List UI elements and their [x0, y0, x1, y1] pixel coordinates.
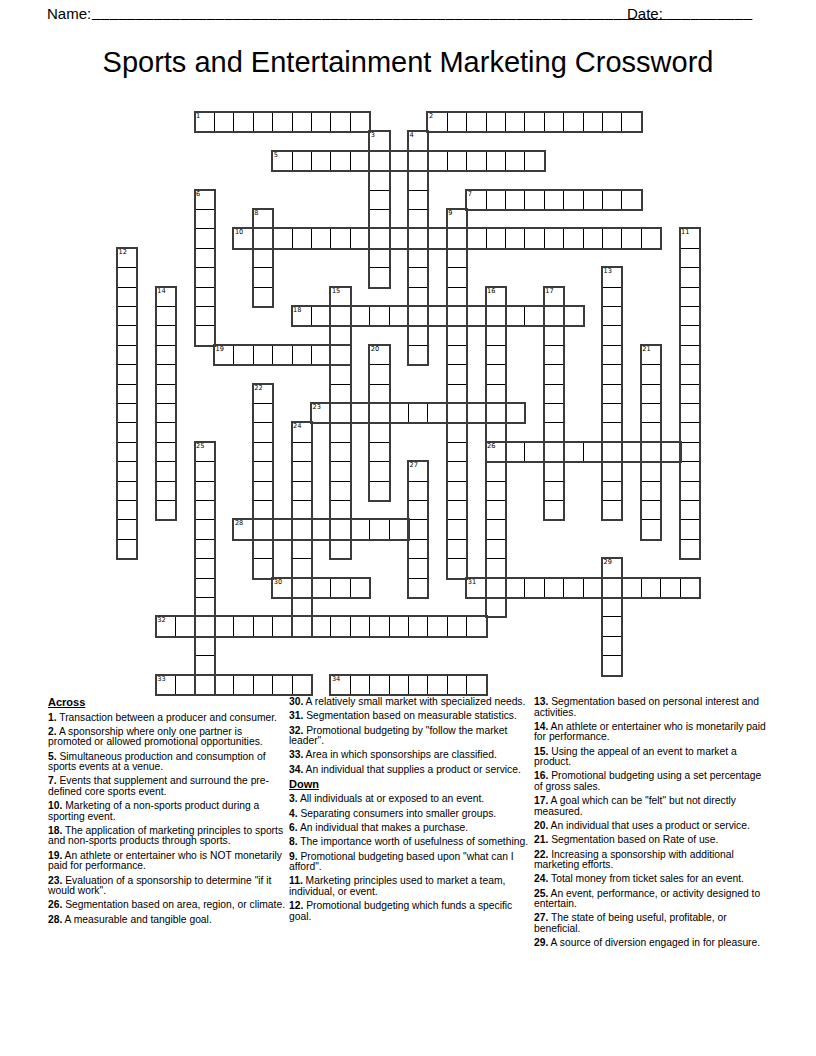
grid-cell-r10c20[interactable]	[505, 306, 525, 326]
grid-cell-r2c13[interactable]	[369, 151, 389, 171]
grid-cell-r24c11[interactable]	[330, 578, 350, 598]
grid-cell-r22c9[interactable]	[292, 539, 312, 559]
grid-cell-r17c0[interactable]	[117, 442, 137, 462]
grid-cell-r24c28[interactable]	[660, 578, 680, 598]
grid-cell-r13c19[interactable]	[486, 364, 506, 384]
grid-cell-r6c14[interactable]	[389, 228, 409, 248]
grid-cell-r11c17[interactable]	[447, 325, 467, 345]
grid-cell-r0c20[interactable]	[505, 112, 525, 132]
grid-cell-r4c21[interactable]	[524, 190, 544, 210]
grid-cell-r12c10[interactable]	[311, 345, 331, 365]
grid-cell-r16c25[interactable]	[602, 422, 622, 442]
grid-cell-r15c12[interactable]	[350, 403, 370, 423]
grid-cell-r21c12[interactable]	[350, 519, 370, 539]
grid-cell-r8c29[interactable]	[680, 267, 700, 287]
grid-cell-r24c25[interactable]	[602, 578, 622, 598]
grid-cell-r24c10[interactable]	[311, 578, 331, 598]
grid-cell-r6c12[interactable]	[350, 228, 370, 248]
grid-cell-r14c27[interactable]	[641, 384, 661, 404]
grid-cell-r18c25[interactable]	[602, 461, 622, 481]
grid-cell-r12c22[interactable]	[544, 345, 564, 365]
name-input-line[interactable]: ________________________________________…	[92, 3, 676, 20]
grid-cell-r10c14[interactable]	[389, 306, 409, 326]
grid-cell-r26c3[interactable]	[175, 616, 195, 636]
grid-cell-r6c22[interactable]	[544, 228, 564, 248]
grid-cell-r0c5[interactable]	[214, 112, 234, 132]
grid-cell-r20c0[interactable]	[117, 500, 137, 520]
grid-cell-r21c15[interactable]	[408, 519, 428, 539]
grid-cell-r9c0[interactable]	[117, 287, 137, 307]
grid-cell-r20c2[interactable]	[156, 500, 176, 520]
grid-cell-r25c25[interactable]	[602, 597, 622, 617]
grid-cell-r16c0[interactable]	[117, 422, 137, 442]
grid-cell-r11c19[interactable]	[486, 325, 506, 345]
grid-cell-r22c15[interactable]	[408, 539, 428, 559]
grid-cell-r13c2[interactable]	[156, 364, 176, 384]
grid-cell-r23c15[interactable]	[408, 558, 428, 578]
grid-cell-r19c0[interactable]	[117, 481, 137, 501]
grid-cell-r23c17[interactable]	[447, 558, 467, 578]
grid-cell-r9c4[interactable]	[195, 287, 215, 307]
grid-cell-r26c4[interactable]	[195, 616, 215, 636]
grid-cell-r2c11[interactable]	[330, 151, 350, 171]
grid-cell-r5c13[interactable]	[369, 209, 389, 229]
grid-cell-r18c19[interactable]	[486, 461, 506, 481]
grid-cell-r20c27[interactable]	[641, 500, 661, 520]
grid-cell-r20c25[interactable]	[602, 500, 622, 520]
grid-cell-r23c9[interactable]	[292, 558, 312, 578]
grid-cell-r0c24[interactable]	[583, 112, 603, 132]
grid-cell-r24c23[interactable]	[563, 578, 583, 598]
grid-cell-r11c22[interactable]	[544, 325, 564, 345]
grid-cell-r18c17[interactable]	[447, 461, 467, 481]
grid-cell-r26c13[interactable]	[369, 616, 389, 636]
grid-cell-r6c13[interactable]	[369, 228, 389, 248]
grid-cell-r20c4[interactable]	[195, 500, 215, 520]
grid-cell-r17c7[interactable]	[253, 442, 273, 462]
grid-cell-r19c4[interactable]	[195, 481, 215, 501]
grid-cell-r21c27[interactable]	[641, 519, 661, 539]
grid-cell-r10c12[interactable]	[350, 306, 370, 326]
grid-cell-r26c12[interactable]	[350, 616, 370, 636]
grid-cell-r15c25[interactable]	[602, 403, 622, 423]
grid-cell-r0c17[interactable]	[447, 112, 467, 132]
grid-cell-r10c18[interactable]	[466, 306, 486, 326]
grid-cell-r12c19[interactable]	[486, 345, 506, 365]
grid-cell-r21c10[interactable]	[311, 519, 331, 539]
grid-cell-r14c25[interactable]	[602, 384, 622, 404]
grid-cell-r29c15[interactable]	[408, 675, 428, 695]
grid-cell-r12c17[interactable]	[447, 345, 467, 365]
grid-cell-r22c29[interactable]	[680, 539, 700, 559]
grid-cell-r0c8[interactable]	[272, 112, 292, 132]
grid-cell-r6c7[interactable]	[253, 228, 273, 248]
grid-cell-r15c0[interactable]	[117, 403, 137, 423]
grid-cell-r0c10[interactable]	[311, 112, 331, 132]
grid-cell-r20c19[interactable]	[486, 500, 506, 520]
grid-cell-r21c14[interactable]	[389, 519, 409, 539]
grid-cell-r10c4[interactable]	[195, 306, 215, 326]
grid-cell-r10c17[interactable]	[447, 306, 467, 326]
grid-cell-r15c17[interactable]	[447, 403, 467, 423]
grid-cell-r13c27[interactable]	[641, 364, 661, 384]
grid-cell-r29c13[interactable]	[369, 675, 389, 695]
grid-cell-r19c25[interactable]	[602, 481, 622, 501]
grid-cell-r10c25[interactable]	[602, 306, 622, 326]
grid-cell-r14c11[interactable]	[330, 384, 350, 404]
grid-cell-r2c21[interactable]	[524, 151, 544, 171]
grid-cell-r16c27[interactable]	[641, 422, 661, 442]
grid-cell-r11c2[interactable]	[156, 325, 176, 345]
grid-cell-r23c7[interactable]	[253, 558, 273, 578]
grid-cell-r9c17[interactable]	[447, 287, 467, 307]
grid-cell-r18c29[interactable]	[680, 461, 700, 481]
grid-cell-r28c4[interactable]	[195, 655, 215, 675]
grid-cell-r3c13[interactable]	[369, 170, 389, 190]
grid-cell-r27c4[interactable]	[195, 636, 215, 656]
grid-cell-r6c16[interactable]	[427, 228, 447, 248]
grid-cell-r2c12[interactable]	[350, 151, 370, 171]
grid-cell-r19c11[interactable]	[330, 481, 350, 501]
grid-cell-r11c11[interactable]	[330, 325, 350, 345]
grid-cell-r7c15[interactable]	[408, 248, 428, 268]
grid-cell-r26c10[interactable]	[311, 616, 331, 636]
grid-cell-r20c15[interactable]	[408, 500, 428, 520]
grid-cell-r14c22[interactable]	[544, 384, 564, 404]
grid-cell-r21c0[interactable]	[117, 519, 137, 539]
grid-cell-r29c3[interactable]	[175, 675, 195, 695]
grid-cell-r12c8[interactable]	[272, 345, 292, 365]
grid-cell-r0c6[interactable]	[233, 112, 253, 132]
grid-cell-r0c11[interactable]	[330, 112, 350, 132]
grid-cell-r17c2[interactable]	[156, 442, 176, 462]
grid-cell-r20c11[interactable]	[330, 500, 350, 520]
grid-cell-r21c8[interactable]	[272, 519, 292, 539]
grid-cell-r17c22[interactable]	[544, 442, 564, 462]
grid-cell-r26c16[interactable]	[427, 616, 447, 636]
grid-cell-r29c16[interactable]	[427, 675, 447, 695]
grid-cell-r26c25[interactable]	[602, 616, 622, 636]
grid-cell-r10c13[interactable]	[369, 306, 389, 326]
grid-cell-r18c2[interactable]	[156, 461, 176, 481]
grid-cell-r4c20[interactable]	[505, 190, 525, 210]
grid-cell-r26c5[interactable]	[214, 616, 234, 636]
grid-cell-r18c22[interactable]	[544, 461, 564, 481]
grid-cell-r19c19[interactable]	[486, 481, 506, 501]
grid-cell-r6c24[interactable]	[583, 228, 603, 248]
grid-cell-r12c25[interactable]	[602, 345, 622, 365]
grid-cell-r16c19[interactable]	[486, 422, 506, 442]
grid-cell-r6c26[interactable]	[621, 228, 641, 248]
grid-cell-r18c9[interactable]	[292, 461, 312, 481]
grid-cell-r22c7[interactable]	[253, 539, 273, 559]
grid-cell-r29c14[interactable]	[389, 675, 409, 695]
grid-cell-r15c14[interactable]	[389, 403, 409, 423]
grid-cell-r15c13[interactable]	[369, 403, 389, 423]
grid-cell-r22c11[interactable]	[330, 539, 350, 559]
grid-cell-r0c12[interactable]	[350, 112, 370, 132]
grid-cell-r15c27[interactable]	[641, 403, 661, 423]
grid-cell-r26c14[interactable]	[389, 616, 409, 636]
grid-cell-r26c18[interactable]	[466, 616, 486, 636]
grid-cell-r16c13[interactable]	[369, 422, 389, 442]
grid-cell-r10c0[interactable]	[117, 306, 137, 326]
grid-cell-r23c4[interactable]	[195, 558, 215, 578]
grid-cell-r14c19[interactable]	[486, 384, 506, 404]
grid-cell-r0c25[interactable]	[602, 112, 622, 132]
grid-cell-r6c8[interactable]	[272, 228, 292, 248]
grid-cell-r22c17[interactable]	[447, 539, 467, 559]
grid-cell-r24c4[interactable]	[195, 578, 215, 598]
grid-cell-r29c4[interactable]	[195, 675, 215, 695]
grid-cell-r6c20[interactable]	[505, 228, 525, 248]
grid-cell-r11c29[interactable]	[680, 325, 700, 345]
grid-cell-r5c15[interactable]	[408, 209, 428, 229]
grid-cell-r0c18[interactable]	[466, 112, 486, 132]
grid-cell-r16c7[interactable]	[253, 422, 273, 442]
grid-cell-r7c13[interactable]	[369, 248, 389, 268]
grid-cell-r6c21[interactable]	[524, 228, 544, 248]
grid-cell-r26c7[interactable]	[253, 616, 273, 636]
grid-cell-r19c15[interactable]	[408, 481, 428, 501]
grid-cell-r29c6[interactable]	[233, 675, 253, 695]
grid-cell-r14c0[interactable]	[117, 384, 137, 404]
grid-cell-r14c17[interactable]	[447, 384, 467, 404]
grid-cell-r19c17[interactable]	[447, 481, 467, 501]
grid-cell-r15c11[interactable]	[330, 403, 350, 423]
grid-cell-r26c17[interactable]	[447, 616, 467, 636]
grid-cell-r5c4[interactable]	[195, 209, 215, 229]
grid-cell-r6c25[interactable]	[602, 228, 622, 248]
grid-cell-r20c7[interactable]	[253, 500, 273, 520]
grid-cell-r15c19[interactable]	[486, 403, 506, 423]
grid-cell-r7c29[interactable]	[680, 248, 700, 268]
grid-cell-r0c19[interactable]	[486, 112, 506, 132]
grid-cell-r7c4[interactable]	[195, 248, 215, 268]
grid-cell-r13c0[interactable]	[117, 364, 137, 384]
grid-cell-r17c27[interactable]	[641, 442, 661, 462]
grid-cell-r25c9[interactable]	[292, 597, 312, 617]
grid-cell-r11c15[interactable]	[408, 325, 428, 345]
grid-cell-r16c11[interactable]	[330, 422, 350, 442]
grid-cell-r12c15[interactable]	[408, 345, 428, 365]
grid-cell-r19c27[interactable]	[641, 481, 661, 501]
grid-cell-r12c2[interactable]	[156, 345, 176, 365]
grid-cell-r10c19[interactable]	[486, 306, 506, 326]
grid-cell-r6c4[interactable]	[195, 228, 215, 248]
grid-cell-r14c2[interactable]	[156, 384, 176, 404]
grid-cell-r10c2[interactable]	[156, 306, 176, 326]
grid-cell-r24c26[interactable]	[621, 578, 641, 598]
grid-cell-r10c11[interactable]	[330, 306, 350, 326]
grid-cell-r29c7[interactable]	[253, 675, 273, 695]
grid-cell-r10c22[interactable]	[544, 306, 564, 326]
grid-cell-r8c0[interactable]	[117, 267, 137, 287]
grid-cell-r14c13[interactable]	[369, 384, 389, 404]
grid-cell-r4c26[interactable]	[621, 190, 641, 210]
grid-cell-r29c5[interactable]	[214, 675, 234, 695]
grid-cell-r16c29[interactable]	[680, 422, 700, 442]
grid-cell-r12c6[interactable]	[233, 345, 253, 365]
grid-cell-r24c12[interactable]	[350, 578, 370, 598]
grid-cell-r24c24[interactable]	[583, 578, 603, 598]
grid-cell-r12c29[interactable]	[680, 345, 700, 365]
grid-cell-r17c29[interactable]	[680, 442, 700, 462]
grid-cell-r22c4[interactable]	[195, 539, 215, 559]
grid-cell-r16c17[interactable]	[447, 422, 467, 442]
grid-cell-r15c7[interactable]	[253, 403, 273, 423]
grid-cell-r2c9[interactable]	[292, 151, 312, 171]
grid-cell-r6c23[interactable]	[563, 228, 583, 248]
grid-cell-r13c13[interactable]	[369, 364, 389, 384]
grid-cell-r15c18[interactable]	[466, 403, 486, 423]
grid-cell-r2c18[interactable]	[466, 151, 486, 171]
grid-cell-r29c8[interactable]	[272, 675, 292, 695]
grid-cell-r10c29[interactable]	[680, 306, 700, 326]
grid-cell-r4c25[interactable]	[602, 190, 622, 210]
grid-cell-r14c29[interactable]	[680, 384, 700, 404]
grid-cell-r20c29[interactable]	[680, 500, 700, 520]
grid-cell-r19c29[interactable]	[680, 481, 700, 501]
grid-cell-r21c29[interactable]	[680, 519, 700, 539]
grid-cell-r0c22[interactable]	[544, 112, 564, 132]
grid-cell-r13c17[interactable]	[447, 364, 467, 384]
grid-cell-r6c19[interactable]	[486, 228, 506, 248]
grid-cell-r8c7[interactable]	[253, 267, 273, 287]
grid-cell-r4c23[interactable]	[563, 190, 583, 210]
grid-cell-r10c15[interactable]	[408, 306, 428, 326]
grid-cell-r16c2[interactable]	[156, 422, 176, 442]
grid-cell-r29c17[interactable]	[447, 675, 467, 695]
grid-cell-r18c13[interactable]	[369, 461, 389, 481]
grid-cell-r20c9[interactable]	[292, 500, 312, 520]
grid-cell-r2c10[interactable]	[311, 151, 331, 171]
grid-cell-r21c17[interactable]	[447, 519, 467, 539]
grid-cell-r11c0[interactable]	[117, 325, 137, 345]
grid-cell-r9c7[interactable]	[253, 287, 273, 307]
grid-cell-r17c28[interactable]	[660, 442, 680, 462]
grid-cell-r17c20[interactable]	[505, 442, 525, 462]
grid-cell-r21c13[interactable]	[369, 519, 389, 539]
grid-cell-r17c9[interactable]	[292, 442, 312, 462]
grid-cell-r9c15[interactable]	[408, 287, 428, 307]
grid-cell-r7c7[interactable]	[253, 248, 273, 268]
grid-cell-r16c22[interactable]	[544, 422, 564, 442]
grid-cell-r12c9[interactable]	[292, 345, 312, 365]
grid-cell-r9c29[interactable]	[680, 287, 700, 307]
grid-cell-r25c4[interactable]	[195, 597, 215, 617]
grid-cell-r4c22[interactable]	[544, 190, 564, 210]
grid-cell-r18c27[interactable]	[641, 461, 661, 481]
grid-cell-r7c17[interactable]	[447, 248, 467, 268]
grid-cell-r4c24[interactable]	[583, 190, 603, 210]
grid-cell-r6c11[interactable]	[330, 228, 350, 248]
grid-cell-r13c25[interactable]	[602, 364, 622, 384]
grid-cell-r24c27[interactable]	[641, 578, 661, 598]
grid-cell-r15c29[interactable]	[680, 403, 700, 423]
grid-cell-r2c19[interactable]	[486, 151, 506, 171]
grid-cell-r10c21[interactable]	[524, 306, 544, 326]
grid-cell-r12c7[interactable]	[253, 345, 273, 365]
grid-cell-r19c22[interactable]	[544, 481, 564, 501]
grid-cell-r24c22[interactable]	[544, 578, 564, 598]
grid-cell-r24c15[interactable]	[408, 578, 428, 598]
grid-cell-r13c29[interactable]	[680, 364, 700, 384]
grid-cell-r23c19[interactable]	[486, 558, 506, 578]
grid-cell-r17c21[interactable]	[524, 442, 544, 462]
grid-cell-r25c19[interactable]	[486, 597, 506, 617]
grid-cell-r10c16[interactable]	[427, 306, 447, 326]
grid-cell-r15c15[interactable]	[408, 403, 428, 423]
grid-cell-r15c22[interactable]	[544, 403, 564, 423]
grid-cell-r12c0[interactable]	[117, 345, 137, 365]
grid-cell-r11c4[interactable]	[195, 325, 215, 345]
grid-cell-r26c8[interactable]	[272, 616, 292, 636]
grid-cell-r20c17[interactable]	[447, 500, 467, 520]
grid-cell-r19c9[interactable]	[292, 481, 312, 501]
grid-cell-r6c17[interactable]	[447, 228, 467, 248]
grid-cell-r6c15[interactable]	[408, 228, 428, 248]
grid-cell-r22c0[interactable]	[117, 539, 137, 559]
grid-cell-r8c4[interactable]	[195, 267, 215, 287]
grid-cell-r28c25[interactable]	[602, 655, 622, 675]
grid-cell-r21c4[interactable]	[195, 519, 215, 539]
grid-cell-r2c14[interactable]	[389, 151, 409, 171]
grid-cell-r26c15[interactable]	[408, 616, 428, 636]
grid-cell-r8c13[interactable]	[369, 267, 389, 287]
grid-cell-r8c17[interactable]	[447, 267, 467, 287]
grid-cell-r2c15[interactable]	[408, 151, 428, 171]
grid-cell-r10c10[interactable]	[311, 306, 331, 326]
grid-cell-r8c15[interactable]	[408, 267, 428, 287]
grid-cell-r12c11[interactable]	[330, 345, 350, 365]
grid-cell-r24c21[interactable]	[524, 578, 544, 598]
date-input-line[interactable]: _________	[673, 3, 753, 20]
grid-cell-r3c15[interactable]	[408, 170, 428, 190]
grid-cell-r19c2[interactable]	[156, 481, 176, 501]
grid-cell-r2c17[interactable]	[447, 151, 467, 171]
grid-cell-r0c23[interactable]	[563, 112, 583, 132]
grid-cell-r26c9[interactable]	[292, 616, 312, 636]
grid-cell-r24c20[interactable]	[505, 578, 525, 598]
grid-cell-r13c11[interactable]	[330, 364, 350, 384]
grid-cell-r26c6[interactable]	[233, 616, 253, 636]
grid-cell-r17c13[interactable]	[369, 442, 389, 462]
grid-cell-r19c7[interactable]	[253, 481, 273, 501]
grid-cell-r22c19[interactable]	[486, 539, 506, 559]
grid-cell-r21c19[interactable]	[486, 519, 506, 539]
grid-cell-r24c29[interactable]	[680, 578, 700, 598]
grid-cell-r10c23[interactable]	[563, 306, 583, 326]
grid-cell-r21c9[interactable]	[292, 519, 312, 539]
grid-cell-r17c25[interactable]	[602, 442, 622, 462]
grid-cell-r21c7[interactable]	[253, 519, 273, 539]
grid-cell-r29c18[interactable]	[466, 675, 486, 695]
grid-cell-r6c27[interactable]	[641, 228, 661, 248]
grid-cell-r15c2[interactable]	[156, 403, 176, 423]
grid-cell-r19c13[interactable]	[369, 481, 389, 501]
grid-cell-r4c19[interactable]	[486, 190, 506, 210]
grid-cell-r2c16[interactable]	[427, 151, 447, 171]
grid-cell-r0c21[interactable]	[524, 112, 544, 132]
grid-cell-r4c15[interactable]	[408, 190, 428, 210]
grid-cell-r15c16[interactable]	[427, 403, 447, 423]
grid-cell-r18c0[interactable]	[117, 461, 137, 481]
grid-cell-r0c7[interactable]	[253, 112, 273, 132]
grid-cell-r27c25[interactable]	[602, 636, 622, 656]
grid-cell-r17c23[interactable]	[563, 442, 583, 462]
grid-cell-r0c9[interactable]	[292, 112, 312, 132]
